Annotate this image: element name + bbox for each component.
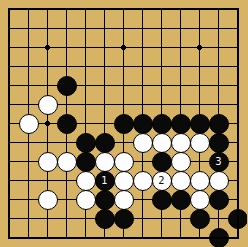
intersection[interactable] [76, 19, 95, 38]
intersection[interactable] [57, 209, 76, 228]
intersection[interactable] [38, 114, 57, 133]
white-stone [114, 152, 134, 172]
black-stone [76, 152, 96, 172]
intersection [38, 95, 57, 114]
white-stone [190, 190, 210, 210]
go-board-diagram: 312 [0, 0, 247, 247]
intersection[interactable] [190, 19, 209, 38]
intersection[interactable] [57, 133, 76, 152]
intersection[interactable] [19, 76, 38, 95]
intersection[interactable] [133, 57, 152, 76]
intersection[interactable] [0, 171, 19, 190]
intersection [152, 190, 171, 209]
white-stone [171, 152, 191, 172]
intersection[interactable] [76, 228, 95, 247]
white-stone [190, 171, 210, 191]
black-stone [152, 190, 172, 210]
black-stone [57, 114, 77, 134]
intersection [114, 114, 133, 133]
intersection[interactable] [152, 209, 171, 228]
intersection[interactable] [152, 95, 171, 114]
intersection [114, 190, 133, 209]
black-stone [152, 114, 172, 134]
intersection[interactable] [38, 57, 57, 76]
white-stone [19, 114, 39, 134]
intersection[interactable] [228, 152, 247, 171]
white-stone [209, 171, 229, 191]
intersection[interactable] [19, 190, 38, 209]
intersection[interactable] [0, 133, 19, 152]
intersection[interactable] [209, 38, 228, 57]
white-stone [38, 190, 58, 210]
intersection[interactable] [0, 228, 19, 247]
black-stone [190, 209, 210, 229]
intersection [171, 152, 190, 171]
white-stone [95, 152, 115, 172]
intersection[interactable] [133, 209, 152, 228]
intersection[interactable] [0, 209, 19, 228]
intersection[interactable] [190, 76, 209, 95]
intersection [38, 152, 57, 171]
move-label: 1 [101, 176, 107, 186]
intersection [209, 171, 228, 190]
intersection[interactable] [152, 19, 171, 38]
move-label: 3 [215, 157, 221, 167]
intersection [95, 152, 114, 171]
intersection[interactable] [171, 19, 190, 38]
intersection[interactable] [19, 38, 38, 57]
intersection[interactable] [171, 0, 190, 19]
intersection [152, 133, 171, 152]
intersection[interactable] [209, 0, 228, 19]
white-stone [133, 133, 153, 153]
black-stone [95, 190, 115, 210]
intersection[interactable] [76, 209, 95, 228]
intersection[interactable] [228, 114, 247, 133]
intersection[interactable] [95, 228, 114, 247]
intersection[interactable] [114, 133, 133, 152]
intersection[interactable] [19, 152, 38, 171]
intersection[interactable] [76, 76, 95, 95]
white-stone [114, 171, 134, 191]
intersection[interactable] [114, 76, 133, 95]
intersection[interactable] [133, 76, 152, 95]
intersection[interactable] [133, 152, 152, 171]
white-stone: 2 [152, 171, 172, 191]
intersection [76, 133, 95, 152]
intersection[interactable] [19, 228, 38, 247]
intersection: 3 [209, 152, 228, 171]
intersection[interactable] [76, 0, 95, 19]
intersection[interactable] [190, 95, 209, 114]
intersection[interactable] [190, 228, 209, 247]
intersection [152, 114, 171, 133]
intersection[interactable] [133, 190, 152, 209]
intersection[interactable] [228, 38, 247, 57]
intersection[interactable] [76, 38, 95, 57]
white-stone [171, 171, 191, 191]
black-stone [95, 133, 115, 153]
intersection[interactable] [0, 152, 19, 171]
intersection [114, 209, 133, 228]
intersection[interactable] [228, 190, 247, 209]
intersection[interactable] [171, 38, 190, 57]
intersection [152, 152, 171, 171]
white-stone [76, 190, 96, 210]
intersection[interactable] [209, 76, 228, 95]
intersection[interactable] [209, 209, 228, 228]
intersection [209, 114, 228, 133]
white-stone [152, 133, 172, 153]
intersection[interactable] [95, 95, 114, 114]
intersection[interactable] [171, 228, 190, 247]
intersection[interactable] [95, 19, 114, 38]
intersection[interactable] [228, 76, 247, 95]
intersection[interactable] [19, 0, 38, 19]
intersection[interactable] [133, 228, 152, 247]
intersection[interactable] [95, 114, 114, 133]
intersection[interactable] [133, 95, 152, 114]
intersection[interactable] [228, 228, 247, 247]
black-stone [57, 76, 77, 96]
black-stone [190, 114, 210, 134]
intersection[interactable] [228, 19, 247, 38]
intersection[interactable] [133, 19, 152, 38]
intersection [133, 133, 152, 152]
intersection[interactable] [228, 171, 247, 190]
black-stone [152, 152, 172, 172]
black-stone [76, 133, 96, 153]
white-stone [114, 190, 134, 210]
intersection [57, 76, 76, 95]
black-stone [209, 133, 229, 153]
black-stone [114, 209, 134, 229]
intersection[interactable] [38, 76, 57, 95]
intersection[interactable] [0, 114, 19, 133]
intersection[interactable] [171, 76, 190, 95]
intersection[interactable] [38, 171, 57, 190]
intersection: 1 [95, 171, 114, 190]
intersection[interactable] [228, 95, 247, 114]
intersection[interactable] [152, 228, 171, 247]
intersection [190, 133, 209, 152]
intersection[interactable] [152, 76, 171, 95]
intersection[interactable] [76, 95, 95, 114]
intersection[interactable] [190, 57, 209, 76]
intersection[interactable] [114, 0, 133, 19]
intersection[interactable] [228, 57, 247, 76]
black-stone [133, 114, 153, 134]
intersection[interactable] [57, 19, 76, 38]
intersection[interactable] [114, 95, 133, 114]
intersection[interactable] [38, 19, 57, 38]
intersection[interactable] [57, 57, 76, 76]
intersection[interactable] [190, 152, 209, 171]
intersection [171, 114, 190, 133]
intersection[interactable] [0, 95, 19, 114]
intersection [209, 133, 228, 152]
intersection [228, 209, 247, 228]
intersection[interactable] [95, 76, 114, 95]
intersection[interactable] [57, 228, 76, 247]
intersection[interactable] [95, 0, 114, 19]
intersection [57, 152, 76, 171]
intersection[interactable] [133, 38, 152, 57]
intersection[interactable] [19, 209, 38, 228]
white-stone [57, 152, 77, 172]
intersection[interactable] [228, 133, 247, 152]
intersection[interactable] [19, 19, 38, 38]
move-label: 2 [158, 176, 164, 186]
intersection[interactable] [0, 76, 19, 95]
intersection[interactable] [0, 57, 19, 76]
intersection [57, 114, 76, 133]
intersection [95, 190, 114, 209]
intersection[interactable] [57, 190, 76, 209]
white-stone [171, 133, 191, 153]
white-stone [76, 171, 96, 191]
intersection [171, 190, 190, 209]
intersection[interactable] [38, 133, 57, 152]
intersection[interactable] [19, 171, 38, 190]
white-stone [38, 152, 58, 172]
white-stone [190, 133, 210, 153]
black-stone [114, 114, 134, 134]
black-stone [95, 209, 115, 229]
intersection [95, 133, 114, 152]
intersection[interactable] [57, 171, 76, 190]
intersection[interactable] [57, 95, 76, 114]
black-stone: 1 [95, 171, 115, 191]
intersection [76, 152, 95, 171]
intersection [190, 114, 209, 133]
intersection[interactable] [152, 0, 171, 19]
go-board: 312 [0, 0, 247, 247]
intersection [19, 114, 38, 133]
intersection[interactable] [19, 95, 38, 114]
intersection [190, 190, 209, 209]
intersection[interactable] [114, 57, 133, 76]
intersection[interactable] [76, 114, 95, 133]
black-stone [209, 228, 229, 247]
intersection [114, 171, 133, 190]
intersection [171, 133, 190, 152]
intersection[interactable] [152, 57, 171, 76]
intersection[interactable] [133, 0, 152, 19]
intersection[interactable] [57, 38, 76, 57]
intersection[interactable] [114, 228, 133, 247]
intersection[interactable] [38, 0, 57, 19]
white-stone [133, 171, 153, 191]
black-stone [171, 114, 191, 134]
intersection [38, 190, 57, 209]
intersection[interactable] [19, 57, 38, 76]
intersection[interactable] [0, 190, 19, 209]
intersection [209, 190, 228, 209]
intersection[interactable] [0, 38, 19, 57]
intersection[interactable] [57, 0, 76, 19]
intersection[interactable] [190, 0, 209, 19]
intersection[interactable] [114, 38, 133, 57]
intersection[interactable] [38, 38, 57, 57]
black-stone [209, 114, 229, 134]
intersection[interactable] [209, 95, 228, 114]
intersection[interactable] [19, 133, 38, 152]
intersection[interactable] [171, 95, 190, 114]
intersection [76, 171, 95, 190]
intersection[interactable] [209, 57, 228, 76]
black-stone: 3 [209, 152, 229, 172]
intersection[interactable] [0, 19, 19, 38]
intersection[interactable] [95, 38, 114, 57]
intersection[interactable] [171, 209, 190, 228]
intersection [76, 190, 95, 209]
intersection [171, 171, 190, 190]
intersection [133, 114, 152, 133]
intersection[interactable] [190, 38, 209, 57]
intersection[interactable] [95, 57, 114, 76]
intersection[interactable] [0, 0, 19, 19]
intersection[interactable] [171, 57, 190, 76]
intersection[interactable] [38, 228, 57, 247]
intersection [209, 228, 228, 247]
intersection[interactable] [114, 19, 133, 38]
white-stone [38, 95, 58, 115]
intersection[interactable] [152, 38, 171, 57]
intersection [95, 209, 114, 228]
black-stone [228, 209, 248, 229]
black-stone [209, 190, 229, 210]
intersection [133, 171, 152, 190]
intersection [190, 209, 209, 228]
black-stone [171, 190, 191, 210]
intersection [114, 152, 133, 171]
intersection[interactable] [38, 209, 57, 228]
intersection: 2 [152, 171, 171, 190]
intersection [190, 171, 209, 190]
intersection[interactable] [228, 0, 247, 19]
intersection[interactable] [76, 57, 95, 76]
intersection[interactable] [209, 19, 228, 38]
